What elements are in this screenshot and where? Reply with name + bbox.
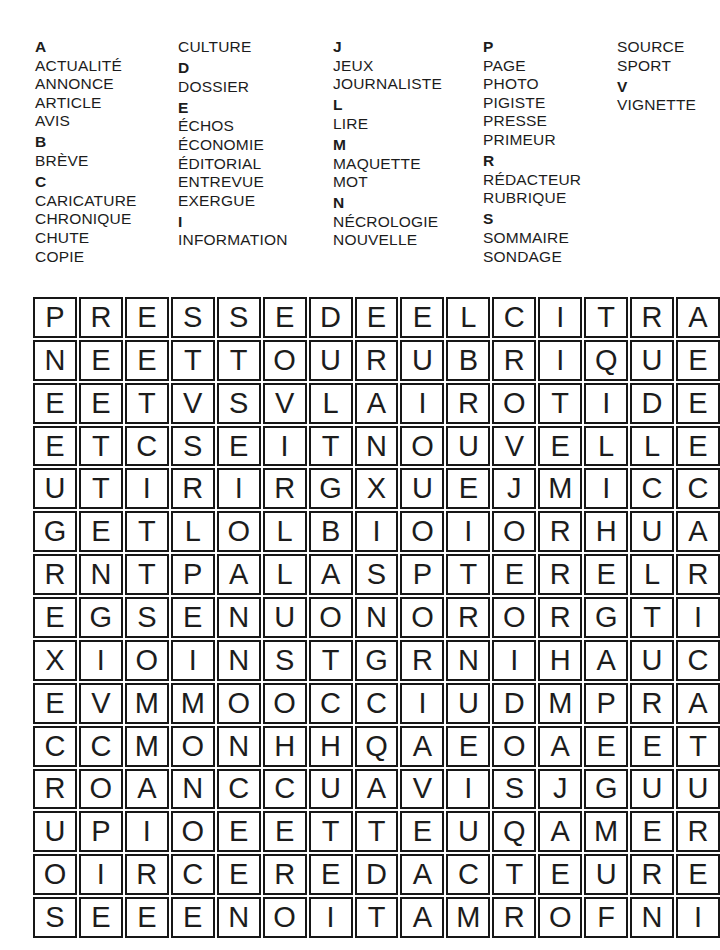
word-item: ÉCONOMIE bbox=[178, 136, 333, 155]
grid-cell[interactable]: O bbox=[217, 683, 261, 724]
grid-cell[interactable]: I bbox=[538, 340, 582, 381]
word-item: JOURNALISTE bbox=[333, 75, 483, 94]
grid-cell[interactable]: M bbox=[125, 683, 169, 724]
grid-cell[interactable]: M bbox=[446, 897, 490, 938]
grid-cell[interactable]: I bbox=[79, 854, 123, 895]
grid-cell[interactable]: R bbox=[538, 597, 582, 638]
grid-cell[interactable]: I bbox=[400, 683, 444, 724]
grid-cell[interactable]: P bbox=[584, 683, 628, 724]
grid-cell[interactable]: G bbox=[584, 597, 628, 638]
grid-cell[interactable]: P bbox=[171, 554, 215, 595]
grid-cell[interactable]: I bbox=[538, 297, 582, 338]
grid-cell[interactable]: C bbox=[355, 683, 399, 724]
grid-cell[interactable]: U bbox=[309, 769, 353, 810]
letter-header: V bbox=[617, 78, 696, 97]
letter-header: M bbox=[333, 136, 483, 155]
grid-cell[interactable]: U bbox=[630, 511, 674, 552]
grid-cell[interactable]: A bbox=[400, 726, 444, 767]
grid-cell[interactable]: O bbox=[309, 597, 353, 638]
grid-cell[interactable]: U bbox=[400, 340, 444, 381]
grid-cell[interactable]: O bbox=[217, 511, 261, 552]
grid-cell[interactable]: E bbox=[676, 426, 720, 467]
grid-cell[interactable]: N bbox=[217, 897, 261, 938]
grid-cell[interactable]: G bbox=[79, 597, 123, 638]
grid-cell[interactable]: T bbox=[492, 854, 536, 895]
grid-cell[interactable]: T bbox=[79, 426, 123, 467]
grid-cell[interactable]: C bbox=[125, 426, 169, 467]
grid-cell[interactable]: A bbox=[538, 811, 582, 852]
grid-cell[interactable]: T bbox=[309, 426, 353, 467]
letter-header: P bbox=[483, 38, 617, 57]
grid-cell[interactable]: R bbox=[630, 683, 674, 724]
grid-cell[interactable]: C bbox=[217, 769, 261, 810]
letter-header: L bbox=[333, 96, 483, 115]
grid-cell[interactable]: E bbox=[630, 726, 674, 767]
grid-cell[interactable]: E bbox=[400, 297, 444, 338]
grid-cell[interactable]: I bbox=[263, 426, 307, 467]
grid-cell[interactable]: L bbox=[584, 426, 628, 467]
grid-cell[interactable]: T bbox=[171, 340, 215, 381]
grid-cell[interactable]: O bbox=[400, 426, 444, 467]
grid-cell[interactable]: T bbox=[676, 726, 720, 767]
grid-cell[interactable]: O bbox=[33, 854, 77, 895]
grid-cell[interactable]: S bbox=[263, 640, 307, 681]
grid-cell[interactable]: O bbox=[492, 511, 536, 552]
grid-cell[interactable]: Q bbox=[492, 811, 536, 852]
grid-cell[interactable]: E bbox=[676, 383, 720, 424]
grid-cell[interactable]: N bbox=[79, 554, 123, 595]
grid-cell[interactable]: N bbox=[217, 640, 261, 681]
grid-cell[interactable]: O bbox=[538, 897, 582, 938]
word-item: DOSSIER bbox=[178, 78, 333, 97]
word-item: PHOTO bbox=[483, 75, 617, 94]
grid-cell[interactable]: C bbox=[33, 726, 77, 767]
grid-cell[interactable]: I bbox=[584, 468, 628, 509]
word-item: LIRE bbox=[333, 115, 483, 134]
grid-cell[interactable]: E bbox=[171, 897, 215, 938]
grid-cell[interactable]: O bbox=[263, 897, 307, 938]
grid-cell[interactable]: I bbox=[446, 769, 490, 810]
grid-cell[interactable]: E bbox=[79, 340, 123, 381]
grid-cell[interactable]: N bbox=[171, 769, 215, 810]
word-list: AACTUALITÉANNONCEARTICLEAVISBBRÈVECCARIC… bbox=[35, 38, 696, 266]
grid-cell[interactable]: E bbox=[446, 726, 490, 767]
grid-cell[interactable]: I bbox=[676, 597, 720, 638]
word-item: INFORMATION bbox=[178, 231, 333, 250]
word-item: ACTUALITÉ bbox=[35, 57, 178, 76]
grid-cell[interactable]: H bbox=[538, 640, 582, 681]
grid-cell[interactable]: U bbox=[584, 854, 628, 895]
grid-cell[interactable]: I bbox=[171, 640, 215, 681]
grid-cell[interactable]: E bbox=[125, 897, 169, 938]
grid-cell[interactable]: E bbox=[309, 854, 353, 895]
grid-cell[interactable]: N bbox=[355, 597, 399, 638]
grid-cell[interactable]: A bbox=[676, 511, 720, 552]
grid-cell[interactable]: L bbox=[263, 511, 307, 552]
grid-cell[interactable]: R bbox=[33, 769, 77, 810]
grid-cell[interactable]: N bbox=[217, 597, 261, 638]
grid-cell[interactable]: N bbox=[355, 426, 399, 467]
grid-cell[interactable]: U bbox=[309, 340, 353, 381]
grid-cell[interactable]: D bbox=[492, 683, 536, 724]
grid-cell[interactable]: M bbox=[538, 683, 582, 724]
grid-cell[interactable]: E bbox=[171, 597, 215, 638]
word-item: NÉCROLOGIE bbox=[333, 213, 483, 232]
grid-cell[interactable]: D bbox=[630, 383, 674, 424]
grid-cell[interactable]: U bbox=[446, 426, 490, 467]
grid-cell[interactable]: V bbox=[492, 426, 536, 467]
word-item: ÉDITORIAL bbox=[178, 155, 333, 174]
grid-cell[interactable]: T bbox=[584, 297, 628, 338]
grid-cell[interactable]: T bbox=[79, 468, 123, 509]
grid-cell[interactable]: C bbox=[446, 854, 490, 895]
word-search-page: AACTUALITÉANNONCEARTICLEAVISBBRÈVECCARIC… bbox=[0, 0, 720, 950]
grid-cell[interactable]: I bbox=[400, 383, 444, 424]
grid-cell[interactable]: F bbox=[584, 897, 628, 938]
grid-cell[interactable]: N bbox=[33, 340, 77, 381]
grid-cell[interactable]: X bbox=[355, 468, 399, 509]
grid-cell[interactable]: U bbox=[400, 468, 444, 509]
grid-cell[interactable]: E bbox=[584, 554, 628, 595]
grid-cell[interactable]: E bbox=[263, 811, 307, 852]
grid-cell[interactable]: X bbox=[33, 640, 77, 681]
word-item: ARTICLE bbox=[35, 94, 178, 113]
grid-cell[interactable]: O bbox=[400, 597, 444, 638]
word-item: PRESSE bbox=[483, 112, 617, 131]
grid-cell[interactable]: I bbox=[309, 897, 353, 938]
grid-cell[interactable]: O bbox=[492, 726, 536, 767]
grid-cell[interactable]: I bbox=[125, 811, 169, 852]
grid-cell[interactable]: R bbox=[630, 297, 674, 338]
grid-cell[interactable]: U bbox=[630, 769, 674, 810]
grid-cell[interactable]: A bbox=[355, 769, 399, 810]
grid-cell[interactable]: A bbox=[400, 854, 444, 895]
grid-cell[interactable]: S bbox=[125, 597, 169, 638]
grid-cell[interactable]: U bbox=[446, 811, 490, 852]
word-item: SOMMAIRE bbox=[483, 229, 617, 248]
grid-cell[interactable]: J bbox=[492, 468, 536, 509]
grid-cell[interactable]: R bbox=[446, 383, 490, 424]
grid-cell[interactable]: L bbox=[630, 426, 674, 467]
letter-header: R bbox=[483, 152, 617, 171]
word-list-column-1: AACTUALITÉANNONCEARTICLEAVISBBRÈVECCARIC… bbox=[35, 38, 178, 266]
grid-cell[interactable]: A bbox=[217, 554, 261, 595]
grid-cell[interactable]: A bbox=[355, 383, 399, 424]
grid-cell[interactable]: T bbox=[538, 383, 582, 424]
grid-cell[interactable]: E bbox=[33, 426, 77, 467]
word-item: ENTREVUE bbox=[178, 173, 333, 192]
grid-cell[interactable]: I bbox=[584, 383, 628, 424]
word-item: COPIE bbox=[35, 248, 178, 267]
grid-cell[interactable]: G bbox=[309, 468, 353, 509]
word-item: AVIS bbox=[35, 112, 178, 131]
word-item: PRIMEUR bbox=[483, 131, 617, 150]
grid-cell[interactable]: R bbox=[446, 597, 490, 638]
word-item: VIGNETTE bbox=[617, 96, 696, 115]
grid-cell[interactable]: T bbox=[309, 811, 353, 852]
word-item: RUBRIQUE bbox=[483, 189, 617, 208]
grid-cell[interactable]: E bbox=[492, 554, 536, 595]
word-item: ANNONCE bbox=[35, 75, 178, 94]
word-list-column-4: PPAGEPHOTOPIGISTEPRESSEPRIMEURRRÉDACTEUR… bbox=[483, 38, 617, 266]
grid-cell[interactable]: U bbox=[630, 340, 674, 381]
grid-cell[interactable]: R bbox=[538, 511, 582, 552]
grid-cell[interactable]: E bbox=[400, 811, 444, 852]
letter-header: I bbox=[178, 213, 333, 232]
letter-header: E bbox=[178, 99, 333, 118]
grid-cell[interactable]: L bbox=[263, 554, 307, 595]
grid-cell[interactable]: M bbox=[171, 683, 215, 724]
grid-cell[interactable]: R bbox=[263, 854, 307, 895]
grid-cell[interactable]: C bbox=[171, 854, 215, 895]
grid-cell[interactable]: G bbox=[584, 769, 628, 810]
word-item: PIGISTE bbox=[483, 94, 617, 113]
grid-cell[interactable]: D bbox=[355, 854, 399, 895]
grid-cell[interactable]: O bbox=[125, 640, 169, 681]
grid-cell[interactable]: Q bbox=[584, 340, 628, 381]
word-item: EXERGUE bbox=[178, 192, 333, 211]
letter-header: A bbox=[35, 38, 178, 57]
grid-cell[interactable]: R bbox=[355, 340, 399, 381]
letter-header: N bbox=[333, 194, 483, 213]
grid-cell[interactable]: J bbox=[538, 769, 582, 810]
grid-cell[interactable]: E bbox=[33, 683, 77, 724]
grid-cell[interactable]: O bbox=[171, 811, 215, 852]
grid-cell[interactable]: L bbox=[171, 511, 215, 552]
letter-header: B bbox=[35, 133, 178, 152]
grid-cell[interactable]: V bbox=[79, 683, 123, 724]
grid-cell[interactable]: S bbox=[217, 383, 261, 424]
grid-cell[interactable]: E bbox=[355, 297, 399, 338]
grid-cell[interactable]: T bbox=[630, 597, 674, 638]
grid-cell[interactable]: E bbox=[630, 811, 674, 852]
grid-cell[interactable]: I bbox=[217, 468, 261, 509]
grid-cell[interactable]: G bbox=[33, 511, 77, 552]
grid-cell[interactable]: T bbox=[355, 811, 399, 852]
grid-cell[interactable]: M bbox=[538, 468, 582, 509]
grid-cell[interactable]: T bbox=[125, 554, 169, 595]
grid-cell[interactable]: E bbox=[263, 297, 307, 338]
letter-header: D bbox=[178, 59, 333, 78]
grid-cell[interactable]: U bbox=[630, 640, 674, 681]
grid-cell[interactable]: V bbox=[400, 769, 444, 810]
grid-cell[interactable]: O bbox=[171, 726, 215, 767]
grid-cell[interactable]: I bbox=[355, 511, 399, 552]
grid-cell[interactable]: R bbox=[538, 554, 582, 595]
grid-cell[interactable]: T bbox=[125, 383, 169, 424]
letter-grid: PRESSEDEELCITRANEETTOURUBRIQUEEETVSVLAIR… bbox=[33, 297, 720, 938]
grid-cell[interactable]: P bbox=[33, 297, 77, 338]
grid-cell[interactable]: E bbox=[125, 297, 169, 338]
grid-cell[interactable]: A bbox=[400, 897, 444, 938]
grid-cell[interactable]: I bbox=[446, 511, 490, 552]
grid-cell[interactable]: E bbox=[125, 340, 169, 381]
word-item: NOUVELLE bbox=[333, 231, 483, 250]
grid-cell[interactable]: N bbox=[446, 640, 490, 681]
grid-cell[interactable]: H bbox=[263, 726, 307, 767]
word-item: MAQUETTE bbox=[333, 155, 483, 174]
word-item: BRÈVE bbox=[35, 152, 178, 171]
grid-cell[interactable]: M bbox=[584, 811, 628, 852]
grid-cell[interactable]: E bbox=[676, 854, 720, 895]
grid-cell[interactable]: R bbox=[492, 340, 536, 381]
grid-cell[interactable]: R bbox=[492, 897, 536, 938]
grid-cell[interactable]: R bbox=[79, 297, 123, 338]
grid-cell[interactable]: T bbox=[309, 640, 353, 681]
grid-cell[interactable]: G bbox=[355, 640, 399, 681]
grid-cell[interactable]: V bbox=[171, 383, 215, 424]
letter-header: C bbox=[35, 173, 178, 192]
grid-cell[interactable]: A bbox=[676, 683, 720, 724]
grid-cell[interactable]: I bbox=[79, 640, 123, 681]
word-item: CULTURE bbox=[178, 38, 333, 57]
grid-cell[interactable]: U bbox=[263, 597, 307, 638]
word-list-column-3: JJEUXJOURNALISTELLIREMMAQUETTEMOTNNÉCROL… bbox=[333, 38, 483, 266]
grid-cell[interactable]: R bbox=[400, 640, 444, 681]
grid-cell[interactable]: N bbox=[217, 726, 261, 767]
grid-cell[interactable]: R bbox=[630, 854, 674, 895]
grid-cell[interactable]: U bbox=[33, 811, 77, 852]
grid-cell[interactable]: E bbox=[538, 854, 582, 895]
grid-cell[interactable]: A bbox=[125, 769, 169, 810]
grid-cell[interactable]: E bbox=[538, 426, 582, 467]
grid-cell[interactable]: E bbox=[676, 340, 720, 381]
grid-cell[interactable]: M bbox=[125, 726, 169, 767]
grid-cell[interactable]: L bbox=[309, 383, 353, 424]
grid-cell[interactable]: E bbox=[33, 383, 77, 424]
grid-cell[interactable]: A bbox=[676, 297, 720, 338]
grid-cell[interactable]: R bbox=[676, 811, 720, 852]
word-item: MOT bbox=[333, 173, 483, 192]
grid-cell[interactable]: O bbox=[492, 383, 536, 424]
grid-cell[interactable]: A bbox=[584, 640, 628, 681]
grid-cell[interactable]: I bbox=[676, 897, 720, 938]
grid-cell[interactable]: N bbox=[630, 897, 674, 938]
grid-cell[interactable]: O bbox=[263, 340, 307, 381]
letter-header: J bbox=[333, 38, 483, 57]
grid-cell[interactable]: O bbox=[263, 683, 307, 724]
grid-cell[interactable]: C bbox=[676, 468, 720, 509]
grid-cell[interactable]: T bbox=[446, 554, 490, 595]
grid-cell[interactable]: E bbox=[217, 854, 261, 895]
grid-cell[interactable]: L bbox=[630, 554, 674, 595]
grid-cell[interactable]: I bbox=[125, 468, 169, 509]
grid-cell[interactable]: A bbox=[309, 554, 353, 595]
grid-cell[interactable]: R bbox=[125, 854, 169, 895]
grid-cell[interactable]: C bbox=[676, 640, 720, 681]
grid-cell[interactable]: B bbox=[309, 511, 353, 552]
word-item: CARICATURE bbox=[35, 192, 178, 211]
grid-cell[interactable]: E bbox=[79, 897, 123, 938]
grid-cell[interactable]: O bbox=[400, 511, 444, 552]
grid-cell[interactable]: Q bbox=[355, 726, 399, 767]
grid-cell[interactable]: T bbox=[355, 897, 399, 938]
grid-cell[interactable]: H bbox=[584, 511, 628, 552]
grid-cell[interactable]: P bbox=[400, 554, 444, 595]
grid-cell[interactable]: V bbox=[263, 383, 307, 424]
grid-cell[interactable]: T bbox=[217, 340, 261, 381]
word-item: ÉCHOS bbox=[178, 117, 333, 136]
grid-cell[interactable]: C bbox=[263, 769, 307, 810]
grid-cell[interactable]: T bbox=[125, 511, 169, 552]
grid-cell[interactable]: E bbox=[79, 383, 123, 424]
grid-cell[interactable]: S bbox=[171, 297, 215, 338]
grid-cell[interactable]: R bbox=[263, 468, 307, 509]
grid-cell[interactable]: R bbox=[33, 554, 77, 595]
grid-cell[interactable]: E bbox=[584, 726, 628, 767]
grid-cell[interactable]: O bbox=[79, 769, 123, 810]
word-item: CHUTE bbox=[35, 229, 178, 248]
word-list-column-5: SOURCESPORTVVIGNETTE bbox=[617, 38, 696, 266]
grid-cell[interactable]: D bbox=[309, 297, 353, 338]
grid-cell[interactable]: S bbox=[355, 554, 399, 595]
grid-cell[interactable]: C bbox=[79, 726, 123, 767]
grid-cell[interactable]: E bbox=[217, 811, 261, 852]
grid-cell[interactable]: I bbox=[492, 640, 536, 681]
grid-cell[interactable]: A bbox=[538, 726, 582, 767]
grid-cell[interactable]: U bbox=[676, 769, 720, 810]
grid-cell[interactable]: S bbox=[171, 426, 215, 467]
grid-cell[interactable]: P bbox=[79, 811, 123, 852]
grid-cell[interactable]: L bbox=[446, 297, 490, 338]
grid-cell[interactable]: E bbox=[446, 468, 490, 509]
grid-cell[interactable]: E bbox=[217, 426, 261, 467]
letter-header: S bbox=[483, 210, 617, 229]
grid-cell[interactable]: S bbox=[492, 769, 536, 810]
word-list-column-2: CULTUREDDOSSIEREÉCHOSÉCONOMIEÉDITORIALEN… bbox=[178, 38, 333, 266]
word-item: SPORT bbox=[617, 57, 696, 76]
grid-cell[interactable]: E bbox=[79, 511, 123, 552]
grid-cell[interactable]: S bbox=[217, 297, 261, 338]
grid-cell[interactable]: R bbox=[171, 468, 215, 509]
word-item: SONDAGE bbox=[483, 248, 617, 267]
grid-cell[interactable]: O bbox=[492, 597, 536, 638]
grid-cell[interactable]: B bbox=[446, 340, 490, 381]
word-item: PAGE bbox=[483, 57, 617, 76]
grid-cell[interactable]: U bbox=[446, 683, 490, 724]
grid-cell[interactable]: C bbox=[309, 683, 353, 724]
grid-cell[interactable]: R bbox=[676, 554, 720, 595]
grid-cell[interactable]: E bbox=[33, 597, 77, 638]
grid-cell[interactable]: U bbox=[33, 468, 77, 509]
grid-cell[interactable]: C bbox=[630, 468, 674, 509]
word-item: JEUX bbox=[333, 57, 483, 76]
grid-cell[interactable]: H bbox=[309, 726, 353, 767]
grid-cell[interactable]: C bbox=[492, 297, 536, 338]
word-item: SOURCE bbox=[617, 38, 696, 57]
grid-cell[interactable]: S bbox=[33, 897, 77, 938]
word-item: CHRONIQUE bbox=[35, 210, 178, 229]
word-item: RÉDACTEUR bbox=[483, 171, 617, 190]
